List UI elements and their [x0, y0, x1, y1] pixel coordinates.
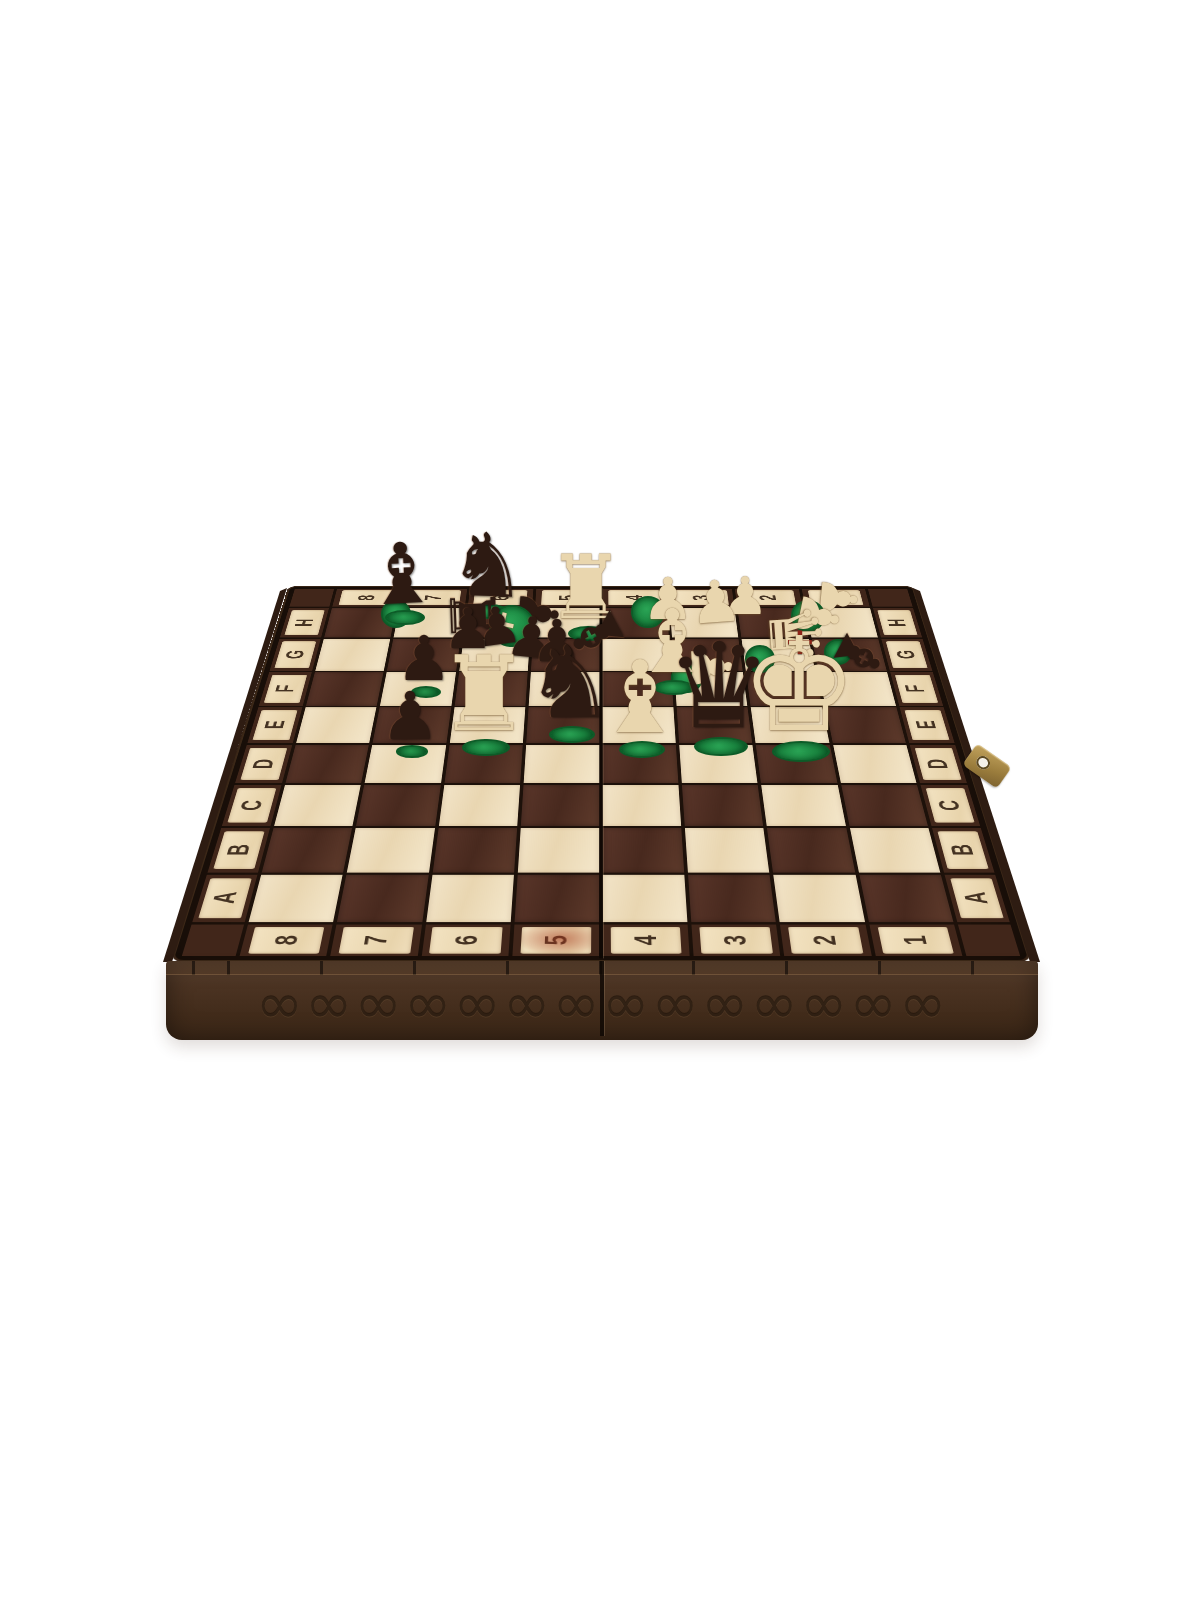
piece-light-bishop: ♝: [595, 648, 685, 748]
product-photo: 87654321HHGGFFEEDDCCBBAA87654321 ∞∞∞∞∞∞∞…: [0, 0, 1200, 1600]
page: { "game": "chess", "scene": "product pho…: [0, 0, 1200, 1600]
piece-light-king: ♚: [741, 620, 858, 750]
piece-dark-pawn: ♟: [380, 684, 439, 750]
piece-dark-bishop: ♝: [362, 530, 442, 618]
piece-light-rook: ♜: [437, 642, 530, 746]
piece-heap: ♝♞♜♜♟♟♟♟♟♝♟+♟♟♝♛♟♟♝♟♟♞♜♟♝♛♚+: [0, 0, 1200, 1600]
